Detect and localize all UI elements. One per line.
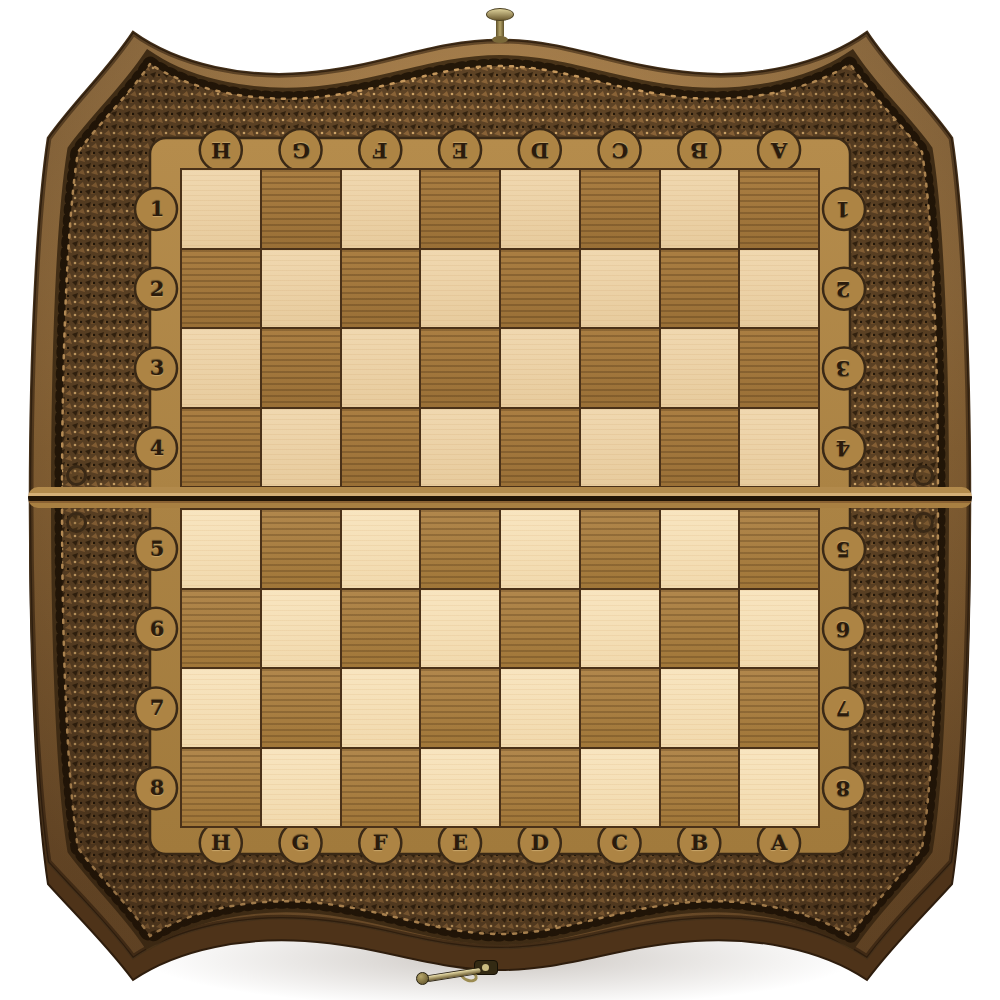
seam-ring-carving: [66, 512, 87, 533]
rank-label-right-4: 4: [822, 427, 864, 469]
square-c4[interactable]: [581, 409, 659, 487]
square-a7[interactable]: [740, 669, 818, 747]
square-e2[interactable]: [421, 250, 499, 328]
square-h1[interactable]: [182, 170, 260, 248]
square-e6[interactable]: [421, 590, 499, 668]
rank-label-left-2: 2: [136, 268, 178, 310]
rank-label-right-2: 2: [822, 268, 864, 310]
square-a6[interactable]: [740, 590, 818, 668]
square-d8[interactable]: [501, 749, 579, 827]
square-e1[interactable]: [421, 170, 499, 248]
chess-box-board: HHGGFFEEDDCCBBAA1515262637374848: [0, 0, 1000, 1000]
seam-ring-carving: [913, 465, 934, 486]
square-g3[interactable]: [262, 329, 340, 407]
square-f8[interactable]: [342, 749, 420, 827]
square-a1[interactable]: [740, 170, 818, 248]
file-label-bottom-g: G: [280, 822, 322, 864]
square-f6[interactable]: [342, 590, 420, 668]
square-g4[interactable]: [262, 409, 340, 487]
square-c3[interactable]: [581, 329, 659, 407]
rank-label-left-6: 6: [136, 608, 178, 650]
square-h4[interactable]: [182, 409, 260, 487]
seam-ring-carving: [66, 465, 87, 486]
square-d7[interactable]: [501, 669, 579, 747]
rank-label-left-7: 7: [136, 687, 178, 729]
square-b3[interactable]: [661, 329, 739, 407]
square-h3[interactable]: [182, 329, 260, 407]
square-a5[interactable]: [740, 510, 818, 588]
rank-label-left-1: 1: [136, 188, 178, 230]
file-label-top-b: B: [678, 129, 720, 171]
square-d6[interactable]: [501, 590, 579, 668]
square-e3[interactable]: [421, 329, 499, 407]
square-h6[interactable]: [182, 590, 260, 668]
rank-label-left-3: 3: [136, 347, 178, 389]
square-g2[interactable]: [262, 250, 340, 328]
square-b8[interactable]: [661, 749, 739, 827]
square-d2[interactable]: [501, 250, 579, 328]
file-label-bottom-f: F: [359, 822, 401, 864]
square-h8[interactable]: [182, 749, 260, 827]
square-c8[interactable]: [581, 749, 659, 827]
square-b2[interactable]: [661, 250, 739, 328]
clasp-screw: [482, 964, 489, 971]
square-c6[interactable]: [581, 590, 659, 668]
file-label-bottom-b: B: [678, 822, 720, 864]
file-label-top-g: G: [280, 129, 322, 171]
square-f3[interactable]: [342, 329, 420, 407]
file-label-top-e: E: [439, 129, 481, 171]
square-h7[interactable]: [182, 669, 260, 747]
file-label-bottom-c: C: [599, 822, 641, 864]
square-c7[interactable]: [581, 669, 659, 747]
square-d3[interactable]: [501, 329, 579, 407]
hinge-seam: [28, 487, 972, 508]
rank-label-right-5: 5: [822, 528, 864, 570]
file-label-top-a: A: [758, 129, 800, 171]
rank-label-left-8: 8: [136, 767, 178, 809]
square-b6[interactable]: [661, 590, 739, 668]
clasp-latch: [412, 952, 522, 994]
rank-label-right-6: 6: [822, 608, 864, 650]
square-e4[interactable]: [421, 409, 499, 487]
file-label-bottom-h: H: [200, 822, 242, 864]
square-g1[interactable]: [262, 170, 340, 248]
square-c2[interactable]: [581, 250, 659, 328]
board-grid-lower-half: [180, 508, 820, 828]
file-label-top-d: D: [519, 129, 561, 171]
square-g6[interactable]: [262, 590, 340, 668]
square-e7[interactable]: [421, 669, 499, 747]
square-f7[interactable]: [342, 669, 420, 747]
rank-label-right-1: 1: [822, 188, 864, 230]
square-g7[interactable]: [262, 669, 340, 747]
rank-label-right-7: 7: [822, 687, 864, 729]
rank-label-right-8: 8: [822, 767, 864, 809]
square-b7[interactable]: [661, 669, 739, 747]
square-e5[interactable]: [421, 510, 499, 588]
square-b1[interactable]: [661, 170, 739, 248]
square-a8[interactable]: [740, 749, 818, 827]
file-label-top-f: F: [359, 129, 401, 171]
square-e8[interactable]: [421, 749, 499, 827]
square-d1[interactable]: [501, 170, 579, 248]
file-label-bottom-d: D: [519, 822, 561, 864]
rank-label-left-5: 5: [136, 528, 178, 570]
seam-ring-carving: [913, 512, 934, 533]
square-c5[interactable]: [581, 510, 659, 588]
file-label-top-h: H: [200, 129, 242, 171]
board-grid-upper-half: [180, 168, 820, 488]
hinge-pin-base: [492, 36, 508, 43]
square-c1[interactable]: [581, 170, 659, 248]
file-label-bottom-a: A: [758, 822, 800, 864]
clasp-pin-knob: [416, 972, 429, 985]
square-a2[interactable]: [740, 250, 818, 328]
square-b5[interactable]: [661, 510, 739, 588]
hinge-pin: [484, 5, 516, 49]
square-g8[interactable]: [262, 749, 340, 827]
hinge-pin-stem: [496, 18, 504, 38]
square-h2[interactable]: [182, 250, 260, 328]
square-a3[interactable]: [740, 329, 818, 407]
square-f4[interactable]: [342, 409, 420, 487]
rank-label-left-4: 4: [136, 427, 178, 469]
rank-label-right-3: 3: [822, 347, 864, 389]
file-label-bottom-e: E: [439, 822, 481, 864]
square-f5[interactable]: [342, 510, 420, 588]
hinge-pin-cap: [486, 8, 514, 21]
square-g5[interactable]: [262, 510, 340, 588]
square-f2[interactable]: [342, 250, 420, 328]
file-label-top-c: C: [599, 129, 641, 171]
square-f1[interactable]: [342, 170, 420, 248]
square-h5[interactable]: [182, 510, 260, 588]
square-d5[interactable]: [501, 510, 579, 588]
square-b4[interactable]: [661, 409, 739, 487]
square-d4[interactable]: [501, 409, 579, 487]
square-a4[interactable]: [740, 409, 818, 487]
